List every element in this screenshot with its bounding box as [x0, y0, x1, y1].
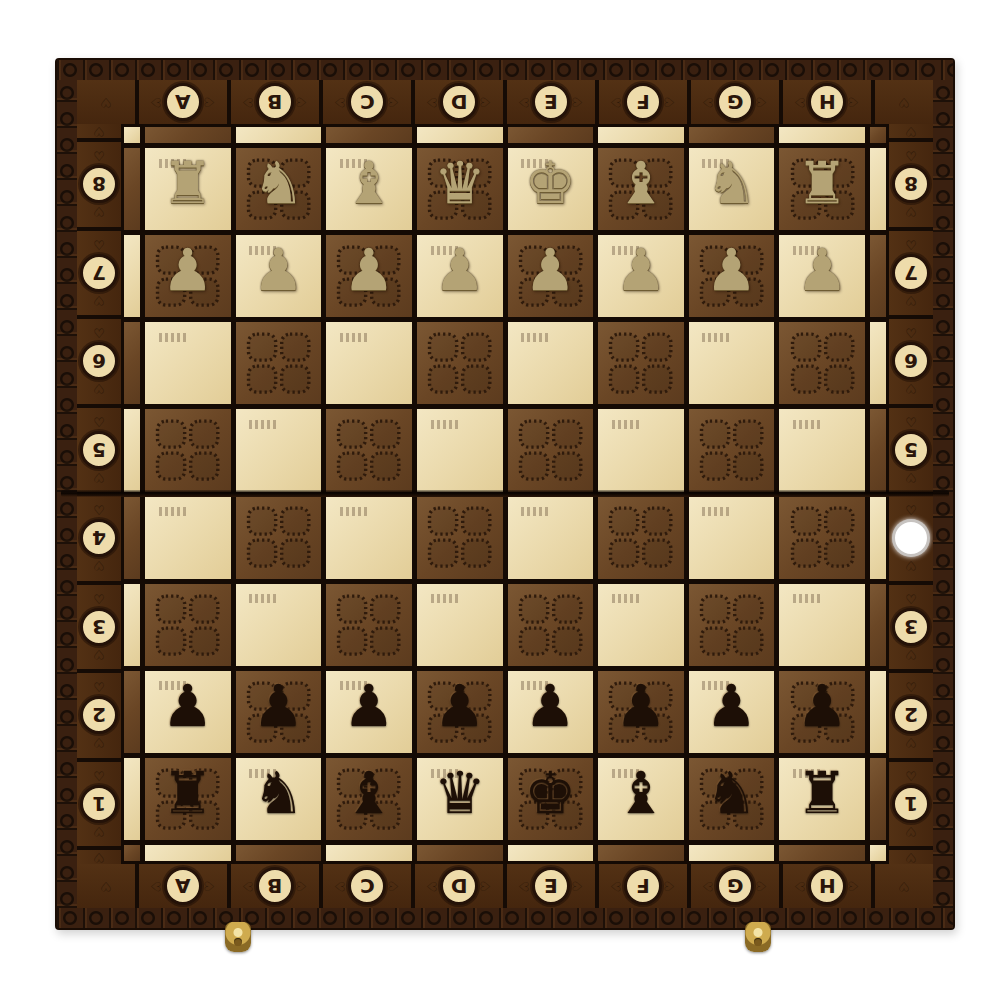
heart-motif-icon: ♡	[93, 471, 105, 484]
square-h7[interactable]: ♟	[779, 235, 865, 317]
coordinate-label: 1	[904, 794, 918, 814]
edge-strip	[326, 127, 412, 143]
piece-white-king[interactable]: ♚	[508, 142, 594, 224]
quatrefoil-motif	[422, 501, 497, 573]
piece-white-pawn[interactable]: ♟	[598, 229, 684, 311]
heart-motif-icon: ♡	[905, 736, 917, 749]
square-h2[interactable]: ♟	[779, 671, 865, 753]
piece-black-knight[interactable]: ♞	[236, 752, 322, 834]
edge-strip	[508, 845, 594, 861]
piece-white-queen[interactable]: ♛	[417, 142, 503, 224]
edge-strip	[145, 845, 231, 861]
burn-hatch	[612, 594, 642, 603]
square-b3[interactable]	[236, 584, 322, 666]
square-d8[interactable]: ♛	[417, 148, 503, 230]
coordinate-medallion: ♡F♡	[599, 864, 687, 908]
heart-motif-icon: ♡	[755, 96, 768, 108]
label-disc: 2	[80, 696, 118, 734]
heart-motif-icon: ♡	[905, 593, 917, 606]
coordinate-medallion: ♡D♡	[415, 80, 503, 124]
burn-hatch	[159, 507, 189, 516]
coordinate-label: D	[451, 876, 468, 896]
edge-strip	[870, 584, 886, 666]
square-b7[interactable]: ♟	[236, 235, 322, 317]
edge-strip	[124, 497, 140, 579]
coordinate-label: 5	[92, 440, 106, 460]
heart-motif-icon: ♡	[905, 471, 917, 484]
coordinate-label: H	[819, 876, 836, 896]
burn-hatch	[340, 507, 370, 516]
square-d3[interactable]	[417, 584, 503, 666]
heart-motif-icon: ♡	[479, 880, 492, 892]
square-h8[interactable]: ♜	[779, 148, 865, 230]
piece-black-pawn[interactable]: ♟	[598, 665, 684, 747]
edge-strip	[124, 235, 140, 317]
file-labels-bottom: ♡♡A♡♡B♡♡C♡♡D♡♡E♡♡F♡♡G♡♡H♡♡	[77, 864, 933, 908]
coordinate-medallion: ♡C♡	[323, 80, 411, 124]
heart-motif-icon: ♡	[93, 851, 105, 864]
heart-motif-icon: ♡	[755, 880, 768, 892]
coordinate-medallion: ♡5♡	[77, 408, 121, 493]
piece-white-rook[interactable]: ♜	[779, 142, 865, 224]
square-g6[interactable]	[689, 322, 775, 404]
edge-strip	[124, 322, 140, 404]
coordinate-medallion: ♡G♡	[691, 80, 779, 124]
heart-motif-icon: ♡	[93, 205, 105, 218]
band-corner-motif: ♡	[875, 80, 933, 124]
heart-motif-icon: ♡	[93, 327, 105, 340]
piece-black-pawn[interactable]: ♟	[779, 665, 865, 747]
burn-hatch	[431, 420, 461, 429]
square-d1[interactable]: ♛	[417, 758, 503, 840]
label-disc: 5	[80, 431, 118, 469]
coordinate-medallion: ♡B♡	[231, 80, 319, 124]
heart-motif-icon: ♡	[242, 96, 255, 108]
piece-white-pawn[interactable]: ♟	[508, 229, 594, 311]
edge-strip	[145, 127, 231, 143]
heart-motif-icon: ♡	[334, 880, 347, 892]
fold-seam	[61, 490, 949, 497]
square-c3[interactable]	[326, 584, 412, 666]
coordinate-medallion: ♡2♡	[889, 673, 933, 758]
blank-disc	[892, 519, 930, 557]
edge-strip	[417, 127, 503, 143]
heart-motif-icon: ♡	[905, 294, 917, 307]
label-disc: D	[440, 867, 478, 905]
heart-motif-icon: ♡	[905, 125, 917, 138]
heart-motif-icon: ♡	[93, 382, 105, 395]
coordinate-label: 6	[92, 351, 106, 371]
square-c7[interactable]: ♟	[326, 235, 412, 317]
quatrefoil-motif	[513, 589, 588, 661]
burn-hatch	[249, 594, 279, 603]
square-e6[interactable]	[508, 322, 594, 404]
band-corner-motif: ♡	[77, 80, 135, 124]
edge-strip	[779, 127, 865, 143]
coordinate-medallion: ♡E♡	[507, 864, 595, 908]
coordinate-label: 5	[904, 440, 918, 460]
coordinate-medallion: ♡6♡	[889, 319, 933, 404]
label-disc: 1	[80, 785, 118, 823]
coordinate-medallion: ♡1♡	[77, 762, 121, 847]
edge-strip	[124, 758, 140, 840]
square-b1[interactable]: ♞	[236, 758, 322, 840]
heart-motif-icon: ♡	[905, 504, 917, 517]
piece-white-bishop[interactable]: ♝	[326, 142, 412, 224]
heart-motif-icon: ♡	[387, 880, 400, 892]
heart-motif-icon: ♡	[898, 96, 910, 109]
burn-hatch	[702, 507, 732, 516]
heart-motif-icon: ♡	[905, 851, 917, 864]
heart-motif-icon: ♡	[905, 648, 917, 661]
piece-white-pawn[interactable]: ♟	[145, 229, 231, 311]
square-g2[interactable]: ♟	[689, 671, 775, 753]
square-d6[interactable]	[417, 322, 503, 404]
label-disc: B	[256, 83, 294, 121]
band-corner-motif: ♡	[889, 850, 933, 864]
burn-hatch	[521, 507, 551, 516]
square-c8[interactable]: ♝	[326, 148, 412, 230]
label-disc: 7	[892, 254, 930, 292]
edge-strip	[508, 127, 594, 143]
coordinate-medallion: ♡5♡	[889, 408, 933, 493]
edge-strip	[124, 584, 140, 666]
edge-strip	[689, 845, 775, 861]
square-b8[interactable]: ♞	[236, 148, 322, 230]
edge-strip	[124, 148, 140, 230]
square-c4[interactable]	[326, 497, 412, 579]
band-corner-motif: ♡	[77, 864, 135, 908]
edge-strip	[870, 845, 886, 861]
coordinate-label: D	[451, 92, 468, 112]
edge-strip	[689, 127, 775, 143]
coordinate-medallion: ♡D♡	[415, 864, 503, 908]
label-disc: 3	[892, 608, 930, 646]
label-disc: C	[348, 867, 386, 905]
piece-black-bishop[interactable]: ♝	[598, 752, 684, 834]
square-f6[interactable]	[598, 322, 684, 404]
edge-strip	[124, 409, 140, 491]
burn-hatch	[793, 594, 823, 603]
heart-motif-icon: ♡	[847, 880, 860, 892]
piece-black-knight[interactable]: ♞	[689, 752, 775, 834]
square-b2[interactable]: ♟	[236, 671, 322, 753]
coordinate-medallion: ♡C♡	[323, 864, 411, 908]
label-disc: 6	[892, 342, 930, 380]
band-corner-motif: ♡	[77, 124, 121, 138]
heart-motif-icon: ♡	[905, 239, 917, 252]
edge-strip	[326, 845, 412, 861]
square-a8[interactable]: ♜	[145, 148, 231, 230]
piece-black-pawn[interactable]: ♟	[689, 665, 775, 747]
coordinate-label: F	[636, 876, 650, 896]
heart-motif-icon: ♡	[93, 125, 105, 138]
square-a7[interactable]: ♟	[145, 235, 231, 317]
edge-strip	[870, 497, 886, 579]
square-f1[interactable]: ♝	[598, 758, 684, 840]
heart-motif-icon: ♡	[93, 239, 105, 252]
edge-strip	[417, 845, 503, 861]
heart-motif-icon: ♡	[203, 96, 216, 108]
piece-black-pawn[interactable]: ♟	[417, 665, 503, 747]
heart-motif-icon: ♡	[898, 880, 910, 893]
piece-white-knight[interactable]: ♞	[689, 142, 775, 224]
heart-motif-icon: ♡	[93, 681, 105, 694]
band-corner-motif: ♡	[77, 850, 121, 864]
burn-hatch	[340, 333, 370, 342]
square-d5[interactable]	[417, 409, 503, 491]
burn-hatch	[702, 333, 732, 342]
band-corner-motif: ♡	[875, 864, 933, 908]
piece-white-pawn[interactable]: ♟	[326, 229, 412, 311]
square-a5[interactable]	[145, 409, 231, 491]
square-h4[interactable]	[779, 497, 865, 579]
edge-strip	[124, 845, 140, 861]
square-e8[interactable]: ♚	[508, 148, 594, 230]
piece-black-pawn[interactable]: ♟	[236, 665, 322, 747]
coordinate-label: G	[727, 92, 743, 112]
heart-motif-icon: ♡	[93, 416, 105, 429]
heart-motif-icon: ♡	[905, 416, 917, 429]
square-f8[interactable]: ♝	[598, 148, 684, 230]
piece-black-rook[interactable]: ♜	[145, 752, 231, 834]
square-c2[interactable]: ♟	[326, 671, 412, 753]
coordinate-medallion: ♡1♡	[889, 762, 933, 847]
square-f2[interactable]: ♟	[598, 671, 684, 753]
piece-black-king[interactable]: ♚	[508, 752, 594, 834]
heart-motif-icon: ♡	[905, 770, 917, 783]
photo-canvas: ♡♡A♡♡B♡♡C♡♡D♡♡E♡♡F♡♡G♡♡H♡♡ ♡♡A♡♡B♡♡C♡♡D♡…	[0, 0, 1000, 1000]
square-b6[interactable]	[236, 322, 322, 404]
label-disc: A	[164, 867, 202, 905]
edge-strip	[870, 409, 886, 491]
quatrefoil-motif	[241, 327, 316, 399]
label-disc: 5	[892, 431, 930, 469]
square-g4[interactable]	[689, 497, 775, 579]
coordinate-medallion: ♡8♡	[77, 142, 121, 227]
burn-hatch	[521, 333, 551, 342]
burn-hatch	[159, 333, 189, 342]
edge-strip	[870, 671, 886, 753]
heart-motif-icon: ♡	[426, 96, 439, 108]
square-a3[interactable]	[145, 584, 231, 666]
label-disc: F	[624, 867, 662, 905]
outer-ornament-band-bottom	[57, 908, 953, 928]
piece-black-pawn[interactable]: ♟	[326, 665, 412, 747]
quatrefoil-motif	[331, 414, 406, 486]
piece-white-pawn[interactable]: ♟	[689, 229, 775, 311]
heart-motif-icon: ♡	[150, 96, 163, 108]
square-e7[interactable]: ♟	[508, 235, 594, 317]
coordinate-label: B	[267, 92, 282, 112]
piece-black-bishop[interactable]: ♝	[326, 752, 412, 834]
coordinate-label: 4	[92, 528, 106, 548]
square-e1[interactable]: ♚	[508, 758, 594, 840]
coordinate-medallion: ♡F♡	[599, 80, 687, 124]
label-disc: B	[256, 867, 294, 905]
square-e2[interactable]: ♟	[508, 671, 594, 753]
piece-white-pawn[interactable]: ♟	[779, 229, 865, 311]
square-c6[interactable]	[326, 322, 412, 404]
heart-motif-icon: ♡	[571, 880, 584, 892]
square-e4[interactable]	[508, 497, 594, 579]
burn-hatch	[612, 420, 642, 429]
square-b4[interactable]	[236, 497, 322, 579]
square-d7[interactable]: ♟	[417, 235, 503, 317]
piece-black-pawn[interactable]: ♟	[508, 665, 594, 747]
label-disc: E	[532, 83, 570, 121]
edge-strip	[870, 322, 886, 404]
outer-ornament-band-top	[57, 60, 953, 80]
edge-strip	[124, 671, 140, 753]
heart-motif-icon: ♡	[905, 559, 917, 572]
file-labels-top: ♡♡A♡♡B♡♡C♡♡D♡♡E♡♡F♡♡G♡♡H♡♡	[77, 80, 933, 124]
label-disc: 7	[80, 254, 118, 292]
coordinate-label: E	[544, 876, 558, 896]
quatrefoil-motif	[785, 501, 860, 573]
square-f4[interactable]	[598, 497, 684, 579]
square-e3[interactable]	[508, 584, 594, 666]
brass-clasp-left	[225, 922, 251, 952]
label-disc: F	[624, 83, 662, 121]
heart-motif-icon: ♡	[847, 96, 860, 108]
edge-strip	[598, 127, 684, 143]
coordinate-medallion: ♡7♡	[889, 231, 933, 316]
heart-motif-icon: ♡	[794, 96, 807, 108]
square-g7[interactable]: ♟	[689, 235, 775, 317]
label-disc: H	[808, 867, 846, 905]
burn-hatch	[431, 594, 461, 603]
square-h1[interactable]: ♜	[779, 758, 865, 840]
coordinate-label: H	[819, 92, 836, 112]
label-disc: 8	[892, 165, 930, 203]
heart-motif-icon: ♡	[794, 880, 807, 892]
coordinate-label: 7	[904, 263, 918, 283]
quatrefoil-motif	[603, 327, 678, 399]
heart-motif-icon: ♡	[93, 770, 105, 783]
piece-white-bishop[interactable]: ♝	[598, 142, 684, 224]
coordinate-label: A	[175, 876, 190, 896]
coordinate-label: 6	[904, 351, 918, 371]
edge-strip	[236, 845, 322, 861]
label-disc: A	[164, 83, 202, 121]
square-f7[interactable]: ♟	[598, 235, 684, 317]
edge-strip	[779, 845, 865, 861]
heart-motif-icon: ♡	[295, 880, 308, 892]
square-g5[interactable]	[689, 409, 775, 491]
piece-black-rook[interactable]: ♜	[779, 752, 865, 834]
coordinate-label: A	[175, 92, 190, 112]
label-disc: G	[716, 83, 754, 121]
square-c5[interactable]	[326, 409, 412, 491]
square-g3[interactable]	[689, 584, 775, 666]
coordinate-medallion: ♡7♡	[77, 231, 121, 316]
square-h5[interactable]	[779, 409, 865, 491]
square-b5[interactable]	[236, 409, 322, 491]
burn-hatch	[249, 420, 279, 429]
coordinate-medallion: ♡H♡	[783, 864, 871, 908]
coordinate-medallion: ♡4♡	[77, 496, 121, 581]
coordinate-label: C	[360, 876, 375, 896]
label-disc: E	[532, 867, 570, 905]
heart-motif-icon: ♡	[93, 648, 105, 661]
coordinate-label: 1	[92, 794, 106, 814]
piece-white-pawn[interactable]: ♟	[236, 229, 322, 311]
burn-hatch	[793, 420, 823, 429]
square-g1[interactable]: ♞	[689, 758, 775, 840]
heart-motif-icon: ♡	[905, 825, 917, 838]
piece-black-queen[interactable]: ♛	[417, 752, 503, 834]
heart-motif-icon: ♡	[93, 593, 105, 606]
heart-motif-icon: ♡	[702, 96, 715, 108]
heart-motif-icon: ♡	[100, 880, 112, 893]
quatrefoil-motif	[513, 414, 588, 486]
label-disc: 1	[892, 785, 930, 823]
piece-white-rook[interactable]: ♜	[145, 142, 231, 224]
heart-motif-icon: ♡	[663, 96, 676, 108]
label-disc: C	[348, 83, 386, 121]
square-a6[interactable]	[145, 322, 231, 404]
square-h3[interactable]	[779, 584, 865, 666]
coordinate-label: C	[360, 92, 375, 112]
quatrefoil-motif	[422, 327, 497, 399]
coordinate-label: 2	[904, 705, 918, 725]
square-f3[interactable]	[598, 584, 684, 666]
coordinate-label: E	[544, 92, 558, 112]
heart-motif-icon: ♡	[518, 96, 531, 108]
square-c1[interactable]: ♝	[326, 758, 412, 840]
white-dot-medallion: ♡♡	[889, 496, 933, 581]
coordinate-medallion: ♡E♡	[507, 80, 595, 124]
square-a1[interactable]: ♜	[145, 758, 231, 840]
heart-motif-icon: ♡	[905, 327, 917, 340]
square-d4[interactable]	[417, 497, 503, 579]
coordinate-medallion: ♡2♡	[77, 673, 121, 758]
coordinate-label: G	[727, 876, 743, 896]
coordinate-label: B	[267, 876, 282, 896]
heart-motif-icon: ♡	[387, 96, 400, 108]
piece-black-pawn[interactable]: ♟	[145, 665, 231, 747]
label-disc: H	[808, 83, 846, 121]
coordinate-label: F	[636, 92, 650, 112]
heart-motif-icon: ♡	[905, 205, 917, 218]
square-e5[interactable]	[508, 409, 594, 491]
edge-strip	[124, 127, 140, 143]
quatrefoil-motif	[694, 414, 769, 486]
brass-clasp-right	[745, 922, 771, 952]
edge-strip	[870, 127, 886, 143]
square-a4[interactable]	[145, 497, 231, 579]
square-g8[interactable]: ♞	[689, 148, 775, 230]
quatrefoil-motif	[241, 501, 316, 573]
edge-strip	[236, 127, 322, 143]
piece-white-knight[interactable]: ♞	[236, 142, 322, 224]
coordinate-label: 3	[904, 617, 918, 637]
square-a2[interactable]: ♟	[145, 671, 231, 753]
square-f5[interactable]	[598, 409, 684, 491]
coordinate-medallion: ♡B♡	[231, 864, 319, 908]
chess-board: ♡♡A♡♡B♡♡C♡♡D♡♡E♡♡F♡♡G♡♡H♡♡ ♡♡A♡♡B♡♡C♡♡D♡…	[55, 58, 955, 930]
square-h6[interactable]	[779, 322, 865, 404]
label-disc: 2	[892, 696, 930, 734]
label-disc: 6	[80, 342, 118, 380]
coordinate-label: 3	[92, 617, 106, 637]
coordinate-label: 2	[92, 705, 106, 725]
piece-white-pawn[interactable]: ♟	[417, 229, 503, 311]
quatrefoil-motif	[150, 414, 225, 486]
square-d2[interactable]: ♟	[417, 671, 503, 753]
heart-motif-icon: ♡	[426, 880, 439, 892]
